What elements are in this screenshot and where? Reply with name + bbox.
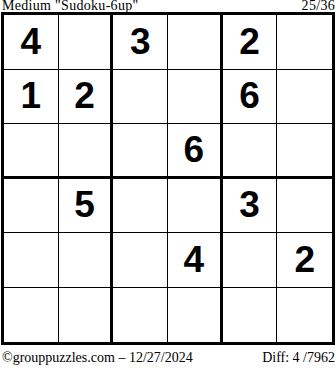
cell-r1c2[interactable] [59,15,114,70]
cell-r2c2[interactable]: 2 [59,70,114,125]
cell-r6c3[interactable] [113,288,168,343]
cell-r2c6[interactable] [277,70,332,125]
cell-r5c3[interactable] [113,233,168,288]
cell-r4c4[interactable] [168,179,223,234]
cell-r4c1[interactable] [4,179,59,234]
cell-r2c3[interactable] [113,70,168,125]
cell-r5c4[interactable]: 4 [168,233,223,288]
cell-r6c4[interactable] [168,288,223,343]
cell-r6c2[interactable] [59,288,114,343]
cell-r3c6[interactable] [277,124,332,179]
cell-r5c6[interactable]: 2 [277,233,332,288]
page-footer: ©grouppuzzles.com – 12/27/2024 Diff: 4 /… [2,350,335,366]
puzzle-title: Medium "Sudoku-6up" [2,0,139,12]
cell-r1c3[interactable]: 3 [113,15,168,70]
cell-r4c3[interactable] [113,179,168,234]
cell-r1c1[interactable]: 4 [4,15,59,70]
copyright-text: ©grouppuzzles.com – 12/27/2024 [2,350,193,366]
cell-r2c4[interactable] [168,70,223,125]
page-header: Medium "Sudoku-6up" 25/36 [2,0,335,12]
cell-r3c5[interactable] [223,124,278,179]
cell-r5c2[interactable] [59,233,114,288]
cell-r4c6[interactable] [277,179,332,234]
cell-r6c6[interactable] [277,288,332,343]
cell-r4c2[interactable]: 5 [59,179,114,234]
cell-r1c5[interactable]: 2 [223,15,278,70]
cell-r2c1[interactable]: 1 [4,70,59,125]
cell-r5c1[interactable] [4,233,59,288]
cell-r1c4[interactable] [168,15,223,70]
cell-r3c2[interactable] [59,124,114,179]
cell-r3c4[interactable]: 6 [168,124,223,179]
cell-r3c1[interactable] [4,124,59,179]
cell-r1c6[interactable] [277,15,332,70]
cell-r3c3[interactable] [113,124,168,179]
cell-r6c5[interactable] [223,288,278,343]
difficulty-text: Diff: 4 /7962 [262,350,335,366]
empty-cell-count: 25/36 [302,0,335,12]
cell-r5c5[interactable] [223,233,278,288]
cell-r4c5[interactable]: 3 [223,179,278,234]
cell-r6c1[interactable] [4,288,59,343]
cell-r2c5[interactable]: 6 [223,70,278,125]
sudoku-board: 4 3 2 1 2 6 6 5 3 4 2 [1,12,335,345]
